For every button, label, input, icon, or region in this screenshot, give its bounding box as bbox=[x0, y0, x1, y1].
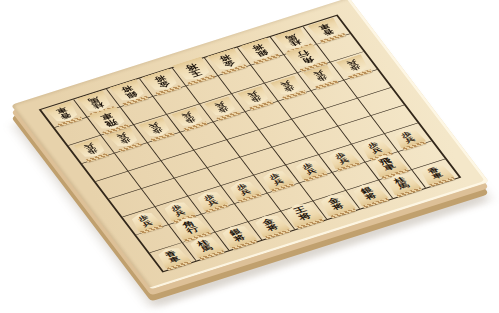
shogi-photo-scene: 香車桂馬銀将金将玉将金将銀将桂馬香車飛車角行歩兵歩兵歩兵歩兵歩兵歩兵歩兵歩兵歩兵… bbox=[0, 0, 499, 313]
shogi-board: 香車桂馬銀将金将玉将金将銀将桂馬香車飛車角行歩兵歩兵歩兵歩兵歩兵歩兵歩兵歩兵歩兵… bbox=[11, 0, 489, 289]
